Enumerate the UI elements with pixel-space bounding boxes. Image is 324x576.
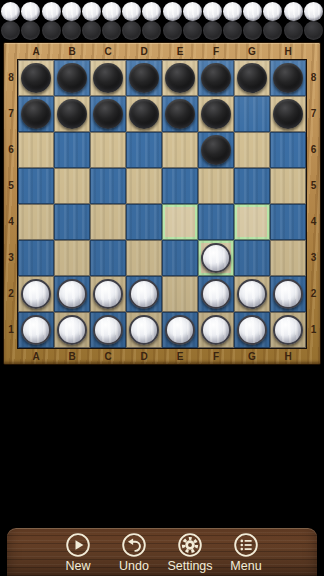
white-man-f3 — [201, 243, 231, 273]
white-tray-piece — [142, 2, 161, 21]
black-man-c8 — [93, 63, 123, 93]
square-g8[interactable] — [234, 60, 270, 96]
file-label-top-g: G — [234, 44, 270, 60]
black-tray-piece — [82, 21, 101, 40]
toolbar: New Undo Settings Menu — [7, 528, 317, 576]
square-g3[interactable] — [234, 240, 270, 276]
black-man-d7 — [129, 99, 159, 129]
new-button[interactable]: New — [50, 532, 106, 573]
file-label-bottom-e: E — [162, 348, 198, 365]
black-tray-piece — [304, 21, 323, 40]
black-man-h8 — [273, 63, 303, 93]
white-tray-piece — [82, 2, 101, 21]
board: AABBCCDDEEFFGGHH8877665544332211 — [3, 42, 321, 365]
square-g7[interactable] — [234, 96, 270, 132]
square-e8[interactable] — [162, 60, 198, 96]
square-g6[interactable] — [234, 132, 270, 168]
square-b1[interactable] — [54, 312, 90, 348]
square-a2[interactable] — [18, 276, 54, 312]
square-e3[interactable] — [162, 240, 198, 276]
settings-button-label: Settings — [167, 559, 212, 573]
black-man-d8 — [129, 63, 159, 93]
rank-label-left-8: 8 — [4, 60, 18, 96]
new-button-label: New — [65, 559, 90, 573]
square-b6[interactable] — [54, 132, 90, 168]
black-tray-piece — [42, 21, 61, 40]
black-man-b7 — [57, 99, 87, 129]
white-tray-piece — [21, 2, 40, 21]
file-label-bottom-c: C — [90, 348, 126, 365]
white-tray-piece — [122, 2, 141, 21]
square-e2[interactable] — [162, 276, 198, 312]
piece-trays — [0, 0, 324, 42]
square-a3[interactable] — [18, 240, 54, 276]
black-man-b8 — [57, 63, 87, 93]
square-b5[interactable] — [54, 168, 90, 204]
white-man-b2 — [57, 279, 87, 309]
square-f1[interactable] — [198, 312, 234, 348]
white-tray — [0, 2, 324, 21]
white-man-g1 — [237, 315, 267, 345]
square-g1[interactable] — [234, 312, 270, 348]
white-man-a1 — [21, 315, 51, 345]
square-h5[interactable] — [270, 168, 306, 204]
white-tray-piece — [223, 2, 242, 21]
white-tray-piece — [203, 2, 222, 21]
black-tray-piece — [21, 21, 40, 40]
black-man-g8 — [237, 63, 267, 93]
square-h3[interactable] — [270, 240, 306, 276]
black-man-a8 — [21, 63, 51, 93]
file-label-top-d: D — [126, 44, 162, 60]
white-man-c1 — [93, 315, 123, 345]
square-c2[interactable] — [90, 276, 126, 312]
white-tray-piece — [1, 2, 20, 21]
settings-button[interactable]: Settings — [162, 532, 218, 573]
square-e4[interactable] — [162, 204, 198, 240]
square-a8[interactable] — [18, 60, 54, 96]
rank-label-right-8: 8 — [306, 60, 321, 96]
black-tray-piece — [243, 21, 262, 40]
square-d5[interactable] — [126, 168, 162, 204]
menu-button[interactable]: Menu — [218, 532, 274, 573]
file-label-top-e: E — [162, 44, 198, 60]
square-f8[interactable] — [198, 60, 234, 96]
white-man-a2 — [21, 279, 51, 309]
rank-label-left-5: 5 — [4, 168, 18, 204]
white-man-f2 — [201, 279, 231, 309]
black-tray-piece — [203, 21, 222, 40]
square-h6[interactable] — [270, 132, 306, 168]
white-tray-piece — [183, 2, 202, 21]
square-b4[interactable] — [54, 204, 90, 240]
square-d1[interactable] — [126, 312, 162, 348]
black-man-a7 — [21, 99, 51, 129]
square-f4[interactable] — [198, 204, 234, 240]
square-b2[interactable] — [54, 276, 90, 312]
square-e5[interactable] — [162, 168, 198, 204]
square-a5[interactable] — [18, 168, 54, 204]
square-e1[interactable] — [162, 312, 198, 348]
white-man-c2 — [93, 279, 123, 309]
square-d4[interactable] — [126, 204, 162, 240]
rank-label-right-5: 5 — [306, 168, 321, 204]
white-tray-piece — [163, 2, 182, 21]
square-d3[interactable] — [126, 240, 162, 276]
white-tray-piece — [42, 2, 61, 21]
rank-label-right-4: 4 — [306, 204, 321, 240]
square-e6[interactable] — [162, 132, 198, 168]
black-tray — [0, 21, 324, 40]
black-tray-piece — [183, 21, 202, 40]
black-man-e8 — [165, 63, 195, 93]
rank-label-left-7: 7 — [4, 96, 18, 132]
white-man-b1 — [57, 315, 87, 345]
file-label-bottom-d: D — [126, 348, 162, 365]
black-tray-piece — [284, 21, 303, 40]
black-tray-piece — [122, 21, 141, 40]
white-tray-piece — [263, 2, 282, 21]
file-label-bottom-f: F — [198, 348, 234, 365]
rank-label-right-3: 3 — [306, 240, 321, 276]
square-c4[interactable] — [90, 204, 126, 240]
black-tray-piece — [1, 21, 20, 40]
rank-label-left-2: 2 — [4, 276, 18, 312]
file-label-top-h: H — [270, 44, 306, 60]
black-tray-piece — [223, 21, 242, 40]
square-f7[interactable] — [198, 96, 234, 132]
rank-label-left-1: 1 — [4, 312, 18, 348]
square-c6[interactable] — [90, 132, 126, 168]
file-label-top-b: B — [54, 44, 90, 60]
square-d7[interactable] — [126, 96, 162, 132]
square-h4[interactable] — [270, 204, 306, 240]
square-f6[interactable] — [198, 132, 234, 168]
square-f2[interactable] — [198, 276, 234, 312]
black-tray-piece — [263, 21, 282, 40]
file-label-bottom-h: H — [270, 348, 306, 365]
square-a1[interactable] — [18, 312, 54, 348]
black-man-f7 — [201, 99, 231, 129]
square-c5[interactable] — [90, 168, 126, 204]
square-g4[interactable] — [234, 204, 270, 240]
black-tray-piece — [142, 21, 161, 40]
undo-button[interactable]: Undo — [106, 532, 162, 573]
square-c8[interactable] — [90, 60, 126, 96]
white-tray-piece — [304, 2, 323, 21]
square-h8[interactable] — [270, 60, 306, 96]
square-c3[interactable] — [90, 240, 126, 276]
white-tray-piece — [102, 2, 121, 21]
black-man-h7 — [273, 99, 303, 129]
board-squares — [18, 60, 306, 348]
rank-label-left-6: 6 — [4, 132, 18, 168]
rank-label-right-1: 1 — [306, 312, 321, 348]
file-label-top-c: C — [90, 44, 126, 60]
file-label-bottom-a: A — [18, 348, 54, 365]
white-man-h2 — [273, 279, 303, 309]
square-b8[interactable] — [54, 60, 90, 96]
square-c1[interactable] — [90, 312, 126, 348]
square-d2[interactable] — [126, 276, 162, 312]
file-label-top-f: F — [198, 44, 234, 60]
undo-arrow-icon — [121, 532, 147, 558]
gear-icon — [177, 532, 203, 558]
square-f3[interactable] — [198, 240, 234, 276]
white-man-e1 — [165, 315, 195, 345]
square-c7[interactable] — [90, 96, 126, 132]
file-label-bottom-b: B — [54, 348, 90, 365]
square-b3[interactable] — [54, 240, 90, 276]
play-icon — [65, 532, 91, 558]
rank-label-left-3: 3 — [4, 240, 18, 276]
black-tray-piece — [62, 21, 81, 40]
white-tray-piece — [62, 2, 81, 21]
square-a6[interactable] — [18, 132, 54, 168]
file-label-top-a: A — [18, 44, 54, 60]
square-g2[interactable] — [234, 276, 270, 312]
white-man-g2 — [237, 279, 267, 309]
white-man-h1 — [273, 315, 303, 345]
square-h7[interactable] — [270, 96, 306, 132]
white-tray-piece — [284, 2, 303, 21]
square-b7[interactable] — [54, 96, 90, 132]
square-a7[interactable] — [18, 96, 54, 132]
rank-label-right-6: 6 — [306, 132, 321, 168]
black-tray-piece — [102, 21, 121, 40]
square-e7[interactable] — [162, 96, 198, 132]
white-man-d2 — [129, 279, 159, 309]
square-h2[interactable] — [270, 276, 306, 312]
black-man-f6 — [201, 135, 231, 165]
black-man-f8 — [201, 63, 231, 93]
square-h1[interactable] — [270, 312, 306, 348]
square-f5[interactable] — [198, 168, 234, 204]
rank-label-right-2: 2 — [306, 276, 321, 312]
black-tray-piece — [163, 21, 182, 40]
black-man-e7 — [165, 99, 195, 129]
list-icon — [233, 532, 259, 558]
square-d6[interactable] — [126, 132, 162, 168]
menu-button-label: Menu — [230, 559, 261, 573]
square-d8[interactable] — [126, 60, 162, 96]
white-man-d1 — [129, 315, 159, 345]
square-a4[interactable] — [18, 204, 54, 240]
white-man-f1 — [201, 315, 231, 345]
undo-button-label: Undo — [119, 559, 149, 573]
white-tray-piece — [243, 2, 262, 21]
black-man-c7 — [93, 99, 123, 129]
rank-label-left-4: 4 — [4, 204, 18, 240]
rank-label-right-7: 7 — [306, 96, 321, 132]
square-g5[interactable] — [234, 168, 270, 204]
file-label-bottom-g: G — [234, 348, 270, 365]
